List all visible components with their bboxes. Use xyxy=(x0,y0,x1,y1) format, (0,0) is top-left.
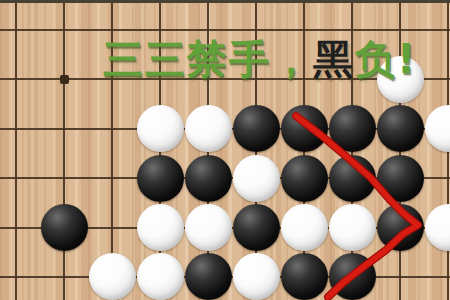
black-stone xyxy=(377,204,424,251)
stone-cell xyxy=(328,104,376,153)
caption-green-left: 三三禁手， xyxy=(103,36,313,82)
white-stone xyxy=(185,204,232,251)
stone-cell xyxy=(376,104,424,153)
stone-cell xyxy=(376,153,424,202)
stone-cell xyxy=(136,153,184,202)
stone-cell xyxy=(184,203,232,252)
stone-cell xyxy=(136,104,184,153)
stone-cell xyxy=(184,104,232,153)
black-stone xyxy=(329,105,376,152)
white-stone xyxy=(281,204,328,251)
black-stone xyxy=(137,155,184,202)
stone-cell xyxy=(424,203,450,252)
stone-cell xyxy=(184,153,232,202)
white-stone xyxy=(185,105,232,152)
black-stone xyxy=(377,155,424,202)
stone-cell xyxy=(280,104,328,153)
gomoku-app-screen: 三三禁手，黑负! xyxy=(0,0,450,300)
stone-cell xyxy=(136,252,184,300)
white-stone xyxy=(425,105,450,152)
stone-cell xyxy=(280,203,328,252)
stone-cell xyxy=(280,153,328,202)
white-stone xyxy=(425,204,450,251)
stone-cell xyxy=(136,203,184,252)
black-stone xyxy=(233,204,280,251)
stone-cell xyxy=(232,153,280,202)
white-stone xyxy=(137,105,184,152)
stone-cell xyxy=(184,252,232,300)
white-stone xyxy=(233,253,280,300)
stone-cell xyxy=(328,252,376,300)
black-stone xyxy=(41,204,88,251)
stone-cell xyxy=(88,252,136,300)
caption-black-word: 黑 xyxy=(313,36,355,82)
caption-text: 三三禁手，黑负! xyxy=(103,37,417,81)
black-stone xyxy=(329,155,376,202)
white-stone xyxy=(137,253,184,300)
stone-cell xyxy=(376,203,424,252)
white-stone xyxy=(137,204,184,251)
white-stone xyxy=(89,253,136,300)
black-stone xyxy=(281,253,328,300)
stone-cell xyxy=(232,203,280,252)
gomoku-board[interactable]: 三三禁手，黑负! xyxy=(0,0,450,300)
white-stone xyxy=(329,204,376,251)
black-stone xyxy=(281,155,328,202)
stone-cell xyxy=(40,203,88,252)
stone-cell xyxy=(232,104,280,153)
black-stone xyxy=(281,105,328,152)
stone-cell xyxy=(328,153,376,202)
white-stone xyxy=(233,155,280,202)
black-stone xyxy=(185,253,232,300)
black-stone xyxy=(329,253,376,300)
black-stone xyxy=(233,105,280,152)
stone-cell xyxy=(328,203,376,252)
stone-cell xyxy=(280,252,328,300)
stone-cell xyxy=(232,252,280,300)
caption-green-right: 负! xyxy=(355,36,417,82)
black-stone xyxy=(377,105,424,152)
black-stone xyxy=(185,155,232,202)
window-top-edge xyxy=(0,0,450,3)
stone-cell xyxy=(424,104,450,153)
